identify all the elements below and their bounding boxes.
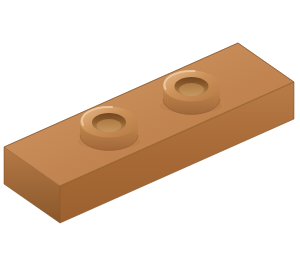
stud-right [163,71,220,115]
product-photo-stage [0,0,300,265]
lego-part-photo [0,0,300,265]
stud-right-hole-floor [179,83,204,96]
stud-left-hole-floor [97,119,122,132]
stud-left [80,107,138,151]
